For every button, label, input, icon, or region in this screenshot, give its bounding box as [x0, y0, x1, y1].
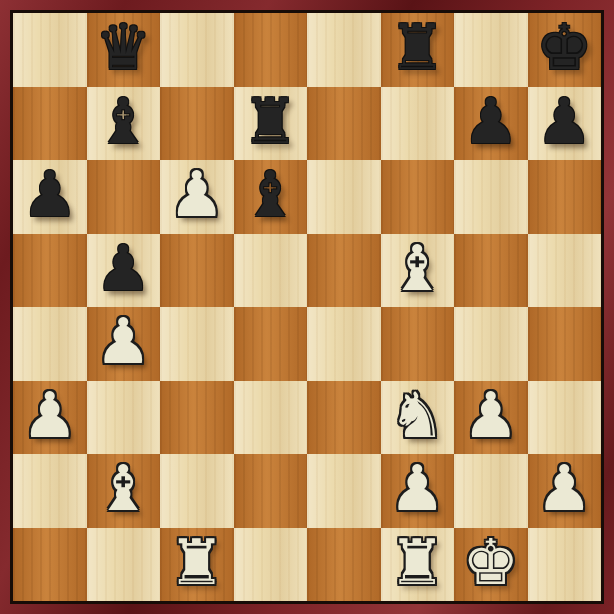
square-b2[interactable]: ♝ [87, 454, 161, 528]
white-pawn[interactable]: ♟ [389, 457, 445, 520]
white-rook[interactable]: ♜ [389, 531, 445, 594]
chess-board-inner-border: ♛♜♚♝♜♟♟♟♟♝♟♝♟♟♞♟♝♟♟♜♜♚ [10, 10, 604, 604]
square-d3[interactable] [234, 381, 308, 455]
white-king[interactable]: ♚ [463, 531, 519, 594]
square-g8[interactable] [454, 13, 528, 87]
square-b6[interactable] [87, 160, 161, 234]
square-a6[interactable]: ♟ [13, 160, 87, 234]
square-e3[interactable] [307, 381, 381, 455]
square-c6[interactable]: ♟ [160, 160, 234, 234]
black-queen[interactable]: ♛ [95, 16, 151, 79]
square-h2[interactable]: ♟ [528, 454, 602, 528]
square-f6[interactable] [381, 160, 455, 234]
square-g3[interactable]: ♟ [454, 381, 528, 455]
black-pawn[interactable]: ♟ [95, 237, 151, 300]
black-rook[interactable]: ♜ [389, 16, 445, 79]
square-e5[interactable] [307, 234, 381, 308]
square-e4[interactable] [307, 307, 381, 381]
square-g4[interactable] [454, 307, 528, 381]
square-d7[interactable]: ♜ [234, 87, 308, 161]
white-bishop[interactable]: ♝ [389, 237, 445, 300]
square-c5[interactable] [160, 234, 234, 308]
square-f3[interactable]: ♞ [381, 381, 455, 455]
square-d2[interactable] [234, 454, 308, 528]
square-h1[interactable] [528, 528, 602, 602]
chess-board: ♛♜♚♝♜♟♟♟♟♝♟♝♟♟♞♟♝♟♟♜♜♚ [13, 13, 601, 601]
square-g2[interactable] [454, 454, 528, 528]
square-a8[interactable] [13, 13, 87, 87]
black-bishop[interactable]: ♝ [95, 90, 151, 153]
white-knight[interactable]: ♞ [389, 384, 445, 447]
square-a7[interactable] [13, 87, 87, 161]
black-bishop[interactable]: ♝ [242, 163, 298, 226]
square-f2[interactable]: ♟ [381, 454, 455, 528]
square-f5[interactable]: ♝ [381, 234, 455, 308]
square-d4[interactable] [234, 307, 308, 381]
square-c4[interactable] [160, 307, 234, 381]
square-a5[interactable] [13, 234, 87, 308]
white-rook[interactable]: ♜ [169, 531, 225, 594]
square-d5[interactable] [234, 234, 308, 308]
square-c1[interactable]: ♜ [160, 528, 234, 602]
square-g1[interactable]: ♚ [454, 528, 528, 602]
square-c2[interactable] [160, 454, 234, 528]
square-d8[interactable] [234, 13, 308, 87]
square-h8[interactable]: ♚ [528, 13, 602, 87]
square-b3[interactable] [87, 381, 161, 455]
square-b7[interactable]: ♝ [87, 87, 161, 161]
black-pawn[interactable]: ♟ [463, 90, 519, 153]
square-c8[interactable] [160, 13, 234, 87]
square-b8[interactable]: ♛ [87, 13, 161, 87]
square-e2[interactable] [307, 454, 381, 528]
square-e1[interactable] [307, 528, 381, 602]
black-pawn[interactable]: ♟ [22, 163, 78, 226]
square-a1[interactable] [13, 528, 87, 602]
black-rook[interactable]: ♜ [242, 90, 298, 153]
square-b1[interactable] [87, 528, 161, 602]
black-king[interactable]: ♚ [536, 16, 592, 79]
square-h3[interactable] [528, 381, 602, 455]
white-pawn[interactable]: ♟ [95, 310, 151, 373]
square-h7[interactable]: ♟ [528, 87, 602, 161]
square-b5[interactable]: ♟ [87, 234, 161, 308]
square-f8[interactable]: ♜ [381, 13, 455, 87]
square-b4[interactable]: ♟ [87, 307, 161, 381]
square-a4[interactable] [13, 307, 87, 381]
white-pawn[interactable]: ♟ [169, 163, 225, 226]
square-g6[interactable] [454, 160, 528, 234]
square-c7[interactable] [160, 87, 234, 161]
white-pawn[interactable]: ♟ [463, 384, 519, 447]
square-h5[interactable] [528, 234, 602, 308]
square-d6[interactable]: ♝ [234, 160, 308, 234]
white-pawn[interactable]: ♟ [536, 457, 592, 520]
square-c3[interactable] [160, 381, 234, 455]
black-pawn[interactable]: ♟ [536, 90, 592, 153]
square-h4[interactable] [528, 307, 602, 381]
chess-board-frame: ♛♜♚♝♜♟♟♟♟♝♟♝♟♟♞♟♝♟♟♜♜♚ [0, 0, 614, 614]
square-g5[interactable] [454, 234, 528, 308]
square-a2[interactable] [13, 454, 87, 528]
square-g7[interactable]: ♟ [454, 87, 528, 161]
square-e7[interactable] [307, 87, 381, 161]
square-f7[interactable] [381, 87, 455, 161]
square-e6[interactable] [307, 160, 381, 234]
square-a3[interactable]: ♟ [13, 381, 87, 455]
square-e8[interactable] [307, 13, 381, 87]
white-bishop[interactable]: ♝ [95, 457, 151, 520]
square-h6[interactable] [528, 160, 602, 234]
square-d1[interactable] [234, 528, 308, 602]
square-f1[interactable]: ♜ [381, 528, 455, 602]
white-pawn[interactable]: ♟ [22, 384, 78, 447]
square-f4[interactable] [381, 307, 455, 381]
